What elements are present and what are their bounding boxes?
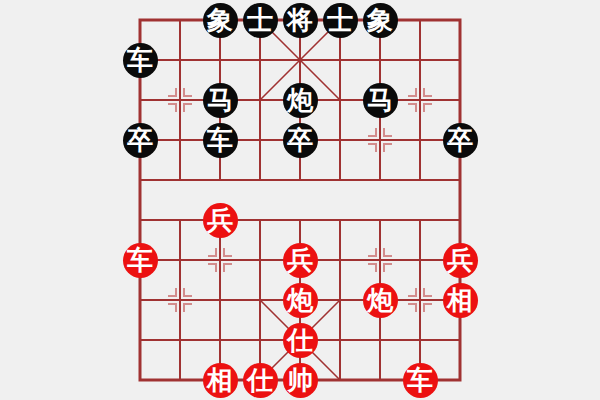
piece-black-horse[interactable]: 马	[203, 83, 238, 118]
piece-glyph: 相	[447, 287, 473, 313]
piece-glyph: 兵	[207, 207, 233, 233]
piece-glyph: 卒	[447, 127, 473, 153]
piece-black-general[interactable]: 将	[283, 3, 318, 38]
piece-glyph: 炮	[287, 87, 313, 113]
piece-glyph: 车	[127, 247, 153, 273]
piece-black-chariot[interactable]: 车	[123, 43, 158, 78]
piece-red-chariot[interactable]: 车	[403, 363, 438, 398]
piece-glyph: 马	[207, 87, 233, 113]
piece-black-advisor[interactable]: 士	[323, 3, 358, 38]
piece-black-elephant[interactable]: 象	[203, 3, 238, 38]
piece-glyph: 卒	[127, 127, 153, 153]
piece-glyph: 炮	[367, 287, 393, 313]
piece-red-cannon[interactable]: 炮	[363, 283, 398, 318]
piece-glyph: 车	[407, 367, 433, 393]
piece-glyph: 帅	[287, 367, 313, 393]
piece-black-elephant[interactable]: 象	[363, 3, 398, 38]
piece-glyph: 士	[247, 7, 273, 33]
piece-red-advisor[interactable]: 仕	[283, 323, 318, 358]
piece-glyph: 相	[207, 367, 233, 393]
piece-glyph: 仕	[247, 367, 273, 393]
piece-glyph: 马	[367, 87, 393, 113]
xiangqi-board: 象士将士象车马炮马卒车卒卒兵车兵兵炮炮相仕相仕帅车	[120, 0, 480, 400]
piece-glyph: 卒	[287, 127, 313, 153]
piece-red-chariot[interactable]: 车	[123, 243, 158, 278]
piece-glyph: 象	[207, 7, 233, 33]
piece-glyph: 仕	[287, 327, 313, 353]
piece-black-advisor[interactable]: 士	[243, 3, 278, 38]
piece-red-cannon[interactable]: 炮	[283, 283, 318, 318]
piece-black-soldier[interactable]: 卒	[283, 123, 318, 158]
piece-black-soldier[interactable]: 卒	[123, 123, 158, 158]
piece-red-advisor[interactable]: 仕	[243, 363, 278, 398]
piece-glyph: 将	[287, 7, 313, 33]
piece-glyph: 象	[367, 7, 393, 33]
piece-black-soldier[interactable]: 卒	[443, 123, 478, 158]
piece-red-general[interactable]: 帅	[283, 363, 318, 398]
piece-red-elephant[interactable]: 相	[443, 283, 478, 318]
piece-glyph: 士	[327, 7, 353, 33]
piece-red-soldier[interactable]: 兵	[203, 203, 238, 238]
piece-glyph: 车	[207, 127, 233, 153]
piece-black-chariot[interactable]: 车	[203, 123, 238, 158]
piece-glyph: 兵	[447, 247, 473, 273]
piece-glyph: 炮	[287, 287, 313, 313]
piece-red-soldier[interactable]: 兵	[443, 243, 478, 278]
xiangqi-app: 象士将士象车马炮马卒车卒卒兵车兵兵炮炮相仕相仕帅车	[0, 0, 600, 400]
piece-red-soldier[interactable]: 兵	[283, 243, 318, 278]
piece-black-horse[interactable]: 马	[363, 83, 398, 118]
piece-black-cannon[interactable]: 炮	[283, 83, 318, 118]
piece-glyph: 车	[127, 47, 153, 73]
piece-glyph: 兵	[287, 247, 313, 273]
piece-red-elephant[interactable]: 相	[203, 363, 238, 398]
